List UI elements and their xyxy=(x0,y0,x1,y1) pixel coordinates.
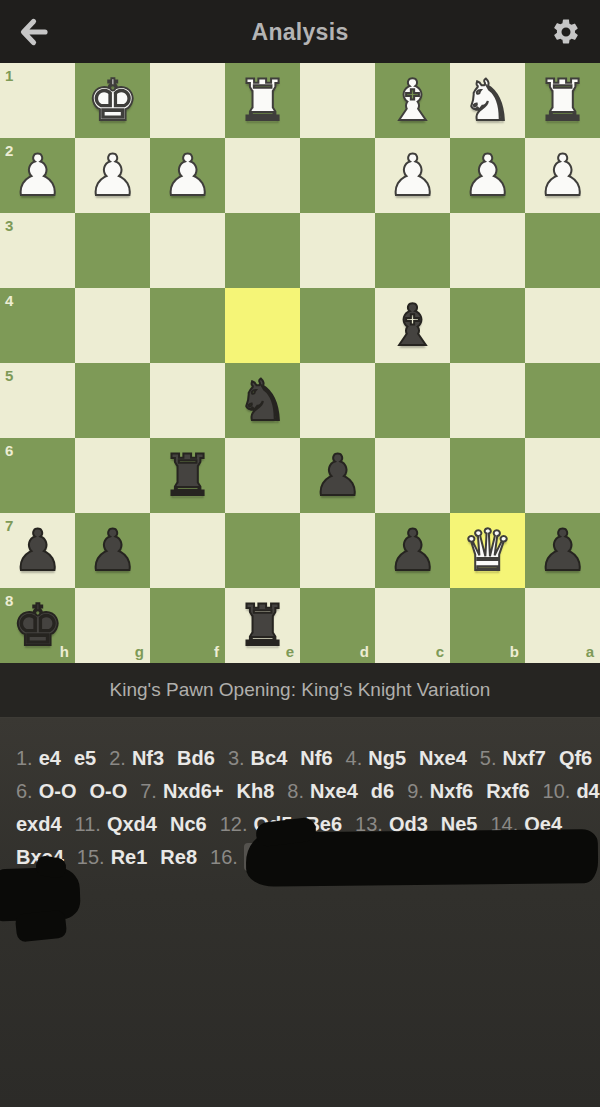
square-g5[interactable] xyxy=(75,363,150,438)
rank-label-2: 2 xyxy=(5,143,13,158)
move[interactable]: Kh8 xyxy=(237,780,275,802)
square-f4[interactable] xyxy=(150,288,225,363)
white-pawn-piece: ♟ xyxy=(75,138,150,213)
square-a7[interactable]: ♟ xyxy=(525,513,600,588)
white-queen-piece: ♛ xyxy=(450,513,525,588)
move[interactable]: Nxf7 xyxy=(503,747,546,769)
move-list-panel: 1.e4e52.Nf3Bd63.Bc4Nf64.Ng5Nxe45.Nxf7Qf6… xyxy=(0,718,600,1107)
square-f3[interactable] xyxy=(150,213,225,288)
square-b7[interactable]: ♛ xyxy=(450,513,525,588)
square-c2[interactable]: ♟ xyxy=(375,138,450,213)
square-h7[interactable]: 7♟ xyxy=(0,513,75,588)
opening-strip: King's Pawn Opening: King's Knight Varia… xyxy=(0,663,600,718)
move[interactable]: O-O xyxy=(89,780,127,802)
move[interactable]: Qxd4 xyxy=(107,813,157,835)
square-b5[interactable] xyxy=(450,363,525,438)
square-c4[interactable]: ♝ xyxy=(375,288,450,363)
rank-label-3: 3 xyxy=(5,218,13,233)
move[interactable]: d6 xyxy=(371,780,394,802)
move[interactable]: Nc6 xyxy=(170,813,207,835)
move[interactable]: Nf6 xyxy=(300,747,332,769)
square-g8[interactable]: g xyxy=(75,588,150,663)
white-king-piece: ♚ xyxy=(75,63,150,138)
move[interactable]: Bd6 xyxy=(177,747,215,769)
black-knight-piece: ♞ xyxy=(225,363,300,438)
move-number: 2. xyxy=(109,747,126,769)
move[interactable]: e4 xyxy=(39,747,61,769)
file-label-g: g xyxy=(135,644,144,659)
black-pawn-piece: ♟ xyxy=(375,513,450,588)
square-h6[interactable]: 6 xyxy=(0,438,75,513)
square-g3[interactable] xyxy=(75,213,150,288)
square-a8[interactable]: a xyxy=(525,588,600,663)
rank-label-6: 6 xyxy=(5,443,13,458)
square-c7[interactable]: ♟ xyxy=(375,513,450,588)
square-a3[interactable] xyxy=(525,213,600,288)
square-h1[interactable]: 1 xyxy=(0,63,75,138)
white-rook-piece: ♜ xyxy=(525,63,600,138)
move-line: 6.O-OO-O7.Nxd6+Kh88.Nxe4d69.Nxf6Rxf610.d… xyxy=(16,775,584,808)
move[interactable]: e5 xyxy=(74,747,96,769)
white-rook-piece: ♜ xyxy=(225,63,300,138)
move-number: 10. xyxy=(543,780,571,802)
square-e6[interactable] xyxy=(225,438,300,513)
file-label-e: e xyxy=(286,644,294,659)
square-a5[interactable] xyxy=(525,363,600,438)
file-label-a: a xyxy=(586,644,594,659)
square-e4[interactable] xyxy=(225,288,300,363)
white-pawn-piece: ♟ xyxy=(525,138,600,213)
file-label-b: b xyxy=(510,644,519,659)
file-label-c: c xyxy=(436,644,444,659)
square-e8[interactable]: e♜ xyxy=(225,588,300,663)
page-title: Analysis xyxy=(251,18,348,45)
move[interactable]: Nxe4 xyxy=(419,747,467,769)
square-e7[interactable] xyxy=(225,513,300,588)
square-c3[interactable] xyxy=(375,213,450,288)
move[interactable]: Nxd6+ xyxy=(163,780,224,802)
square-d5[interactable] xyxy=(300,363,375,438)
move[interactable]: O-O xyxy=(39,780,77,802)
file-label-d: d xyxy=(360,644,369,659)
square-e1[interactable]: ♜ xyxy=(225,63,300,138)
opening-name: King's Pawn Opening: King's Knight Varia… xyxy=(110,679,491,701)
move-number: 3. xyxy=(228,747,245,769)
square-f6[interactable]: ♜ xyxy=(150,438,225,513)
white-pawn-piece: ♟ xyxy=(450,138,525,213)
move-number: 4. xyxy=(346,747,363,769)
square-a1[interactable]: ♜ xyxy=(525,63,600,138)
square-c8[interactable]: c xyxy=(375,588,450,663)
rank-label-1: 1 xyxy=(5,68,13,83)
square-c6[interactable] xyxy=(375,438,450,513)
move-number: 15. xyxy=(77,846,105,868)
move-number: 7. xyxy=(140,780,157,802)
square-f2[interactable]: ♟ xyxy=(150,138,225,213)
square-f7[interactable] xyxy=(150,513,225,588)
white-pawn-piece: ♟ xyxy=(375,138,450,213)
white-knight-piece: ♞ xyxy=(450,63,525,138)
move-number: 1. xyxy=(16,747,33,769)
move-number: 5. xyxy=(480,747,497,769)
square-d7[interactable] xyxy=(300,513,375,588)
top-bar: Analysis xyxy=(0,0,600,63)
move-number: 12. xyxy=(220,813,248,835)
move[interactable]: Nxe4 xyxy=(310,780,358,802)
black-pawn-piece: ♟ xyxy=(525,513,600,588)
square-g7[interactable]: ♟ xyxy=(75,513,150,588)
move[interactable]: Qf6 xyxy=(559,747,592,769)
square-d6[interactable]: ♟ xyxy=(300,438,375,513)
gear-icon xyxy=(551,17,581,47)
square-b8[interactable]: b xyxy=(450,588,525,663)
square-d3[interactable] xyxy=(300,213,375,288)
square-b6[interactable] xyxy=(450,438,525,513)
square-b1[interactable]: ♞ xyxy=(450,63,525,138)
move[interactable]: Bc4 xyxy=(251,747,288,769)
black-rook-piece: ♜ xyxy=(150,438,225,513)
square-d4[interactable] xyxy=(300,288,375,363)
rank-label-4: 4 xyxy=(5,293,13,308)
square-h3[interactable]: 3 xyxy=(0,213,75,288)
move-line: 1.e4e52.Nf3Bd63.Bc4Nf64.Ng5Nxe45.Nxf7Qf6 xyxy=(16,742,584,775)
square-a4[interactable] xyxy=(525,288,600,363)
file-label-h: h xyxy=(60,644,69,659)
move[interactable]: Rxf6 xyxy=(486,780,529,802)
move[interactable]: Re1 xyxy=(111,846,148,868)
square-e3[interactable] xyxy=(225,213,300,288)
square-h5[interactable]: 5 xyxy=(0,363,75,438)
square-d1[interactable] xyxy=(300,63,375,138)
square-b4[interactable] xyxy=(450,288,525,363)
square-h4[interactable]: 4 xyxy=(0,288,75,363)
rank-label-5: 5 xyxy=(5,368,13,383)
square-b2[interactable]: ♟ xyxy=(450,138,525,213)
move[interactable]: d4 xyxy=(576,780,599,802)
square-g2[interactable]: ♟ xyxy=(75,138,150,213)
move[interactable]: Re8 xyxy=(160,846,197,868)
rank-label-7: 7 xyxy=(5,518,13,533)
move[interactable]: Nf3 xyxy=(132,747,164,769)
black-bishop-piece: ♝ xyxy=(375,288,450,363)
square-c5[interactable] xyxy=(375,363,450,438)
square-f8[interactable]: f xyxy=(150,588,225,663)
square-c1[interactable]: ♝ xyxy=(375,63,450,138)
settings-button[interactable] xyxy=(548,14,584,50)
move-number: 9. xyxy=(407,780,424,802)
black-pawn-piece: ♟ xyxy=(300,438,375,513)
move[interactable]: Nxf6 xyxy=(430,780,473,802)
move-number: 6. xyxy=(16,780,33,802)
square-a2[interactable]: ♟ xyxy=(525,138,600,213)
square-h8[interactable]: 8h♚ xyxy=(0,588,75,663)
square-h2[interactable]: 2♟ xyxy=(0,138,75,213)
arrow-left-icon xyxy=(18,16,50,48)
file-label-f: f xyxy=(214,644,219,659)
black-pawn-piece: ♟ xyxy=(75,513,150,588)
square-b3[interactable] xyxy=(450,213,525,288)
move[interactable]: Ng5 xyxy=(368,747,406,769)
move[interactable]: exd4 xyxy=(16,813,62,835)
square-a6[interactable] xyxy=(525,438,600,513)
white-pawn-piece: ♟ xyxy=(150,138,225,213)
redaction-blob-tab xyxy=(15,909,68,942)
square-e2[interactable] xyxy=(225,138,300,213)
move-number: 16. xyxy=(210,846,238,868)
move-number: 8. xyxy=(287,780,304,802)
square-d8[interactable]: d xyxy=(300,588,375,663)
move-number: 11. xyxy=(75,813,101,835)
square-g1[interactable]: ♚ xyxy=(75,63,150,138)
square-f1[interactable] xyxy=(150,63,225,138)
white-bishop-piece: ♝ xyxy=(375,63,450,138)
square-d2[interactable] xyxy=(300,138,375,213)
square-g6[interactable] xyxy=(75,438,150,513)
chess-board: 1♚♜♝♞♜2♟♟♟♟♟♟34♝5♞6♜♟7♟♟♟♛♟8h♚gfe♜dcba xyxy=(0,63,600,663)
rank-label-8: 8 xyxy=(5,593,13,608)
square-g4[interactable] xyxy=(75,288,150,363)
back-button[interactable] xyxy=(16,14,52,50)
square-f5[interactable] xyxy=(150,363,225,438)
square-e5[interactable]: ♞ xyxy=(225,363,300,438)
